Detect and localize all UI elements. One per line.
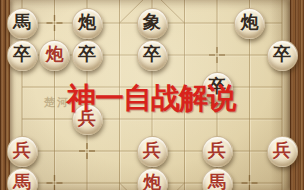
red-piece-炮[interactable]: 炮 [39,40,70,71]
piece-character: 兵 [273,141,291,159]
piece-character: 炮 [143,173,161,190]
piece-character: 兵 [208,141,226,159]
red-piece-兵[interactable]: 兵 [137,136,168,167]
piece-character: 卒 [13,45,31,63]
video-title-overlay: 神一自战解说 [67,79,235,119]
black-piece-卒[interactable]: 卒 [72,40,103,71]
black-piece-卒[interactable]: 卒 [267,40,298,71]
black-piece-卒[interactable]: 卒 [7,40,38,71]
piece-character: 馬 [13,173,31,190]
piece-character: 兵 [143,141,161,159]
piece-character: 卒 [273,45,291,63]
piece-character: 象 [143,13,161,31]
red-piece-兵[interactable]: 兵 [7,136,38,167]
black-piece-卒[interactable]: 卒 [137,40,168,71]
piece-character: 馬 [208,173,226,190]
black-piece-炮[interactable]: 炮 [234,8,265,39]
piece-character: 馬 [13,13,31,31]
black-piece-象[interactable]: 象 [137,8,168,39]
red-piece-兵[interactable]: 兵 [202,136,233,167]
black-piece-馬[interactable]: 馬 [7,8,38,39]
piece-character: 兵 [13,141,31,159]
piece-character: 炮 [46,45,64,63]
piece-character: 炮 [78,13,96,31]
black-piece-炮[interactable]: 炮 [72,8,103,39]
piece-character: 卒 [143,45,161,63]
xiangqi-board[interactable]: 楚河 漢界 馬炮象炮卒炮卒卒卒卒兵兵兵兵兵馬炮馬 神一自战解说 [0,0,304,190]
piece-character: 卒 [78,45,96,63]
piece-character: 炮 [241,13,259,31]
red-piece-兵[interactable]: 兵 [267,136,298,167]
